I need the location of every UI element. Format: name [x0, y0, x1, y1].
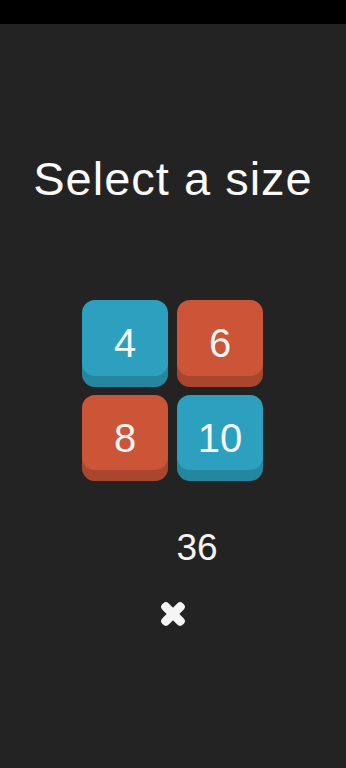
size-option-10[interactable]: 10: [177, 395, 263, 481]
size-option-6[interactable]: 6: [177, 300, 263, 387]
size-option-8[interactable]: 8: [82, 395, 168, 481]
size-option-10-label: 10: [198, 416, 243, 461]
close-icon: [155, 596, 191, 632]
size-option-4[interactable]: 4: [82, 300, 168, 387]
size-option-8-label: 8: [114, 416, 136, 461]
size-option-4-label: 4: [114, 321, 136, 366]
page-title: Select a size: [0, 150, 346, 208]
status-bar: [0, 0, 346, 24]
app-screen: Select a size 4 6 8 10 36: [0, 0, 346, 768]
close-button[interactable]: [155, 596, 191, 632]
size-selection-grid: 4 6 8 10: [82, 300, 263, 481]
counter-text: 36: [176, 528, 217, 568]
size-option-6-label: 6: [209, 321, 231, 366]
